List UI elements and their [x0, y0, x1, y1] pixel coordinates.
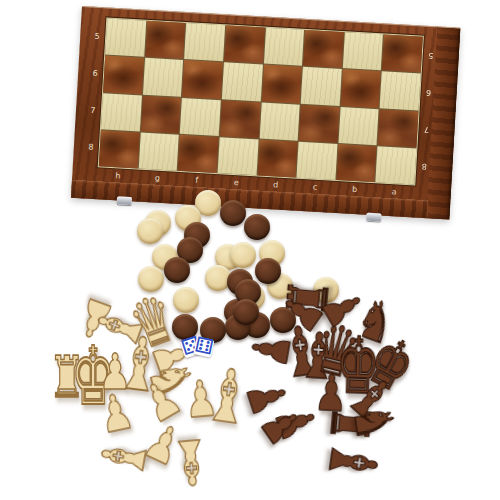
product-photo-scene: 5678 5678 hgfedcba ♟♝♛♜♚♟♝♟♞♟♟♝♟♝♟♝♜♟♟♞♟…: [0, 0, 500, 500]
die: ⚅: [193, 336, 215, 357]
dice-layer: ⚄⚅: [0, 0, 500, 500]
